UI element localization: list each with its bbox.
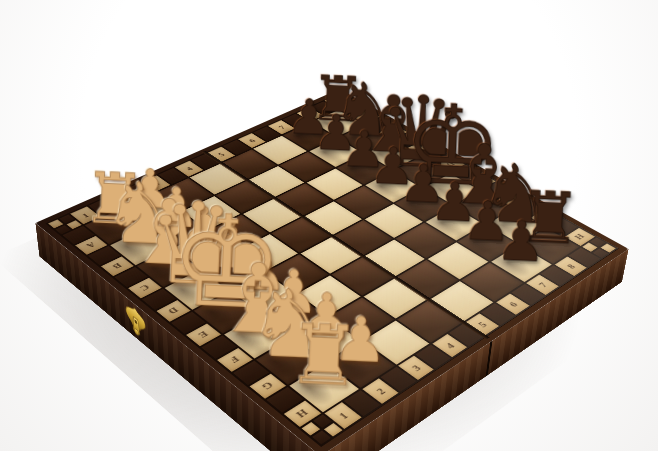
black-pawn[interactable]: ♟ (459, 212, 584, 273)
board-grid: ABCDEFGH8♜♞♝♛♚♝♞♜87♟♟♟♟♟♟♟♟7665544332♟♟♟… (45, 93, 619, 447)
chess-board: ABCDEFGH8♜♞♝♛♚♝♞♜87♟♟♟♟♟♟♟♟7665544332♟♟♟… (35, 89, 628, 451)
fold-seam-side (486, 341, 493, 377)
border-tile (593, 249, 609, 258)
chess-set: ABCDEFGH8♜♞♝♛♚♝♞♜87♟♟♟♟♟♟♟♟7665544332♟♟♟… (35, 89, 628, 451)
chess-set-photo: ABCDEFGH8♜♞♝♛♚♝♞♜87♟♟♟♟♟♟♟♟7665544332♟♟♟… (0, 0, 658, 451)
